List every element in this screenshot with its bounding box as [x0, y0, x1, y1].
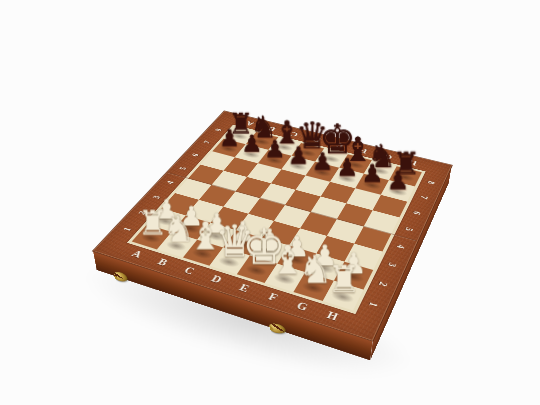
black-pawn-icon: ♟	[359, 161, 386, 186]
white-queen-icon: ♛	[215, 219, 245, 263]
board-frame: ♜♞♝♛♚♝♞♜♟♟♟♟♟♟♟♟♟♟♟♟♟♟♟♟♜♞♝♛♚♝♞♜ ABCDEFG…	[93, 111, 452, 341]
black-pawn-icon: ♟	[239, 132, 264, 156]
black-pawn-icon: ♟	[385, 168, 412, 193]
square-h1[interactable]: ♜	[323, 281, 364, 311]
black-pawn-icon: ♟	[310, 149, 336, 173]
perspective-scene: ♜♞♝♛♚♝♞♜♟♟♟♟♟♟♟♟♟♟♟♟♟♟♟♟♜♞♝♛♚♝♞♜ ABCDEFG…	[0, 0, 540, 405]
white-knight-icon: ♞	[298, 251, 329, 290]
product-photo: ♜♞♝♛♚♝♞♜♟♟♟♟♟♟♟♟♟♟♟♟♟♟♟♟♜♞♝♛♚♝♞♜ ABCDEFG…	[0, 0, 540, 405]
brass-clasp-left	[112, 271, 129, 282]
black-pawn-icon: ♟	[262, 138, 287, 162]
white-king-icon: ♚	[242, 222, 272, 271]
rank-label-8: 8	[416, 174, 447, 191]
brass-clasp-right	[268, 323, 287, 335]
white-bishop-icon: ♝	[270, 240, 301, 280]
black-pawn-icon: ♟	[286, 143, 312, 167]
black-pawn-icon: ♟	[334, 155, 360, 180]
white-bishop-icon: ♝	[188, 217, 218, 255]
rank-label-7: 7	[408, 189, 440, 206]
chess-board: ♜♞♝♛♚♝♞♜♟♟♟♟♟♟♟♟♟♟♟♟♟♟♟♟♜♞♝♛♚♝♞♜ ABCDEFG…	[93, 111, 452, 341]
white-rook-icon: ♜	[327, 261, 359, 298]
